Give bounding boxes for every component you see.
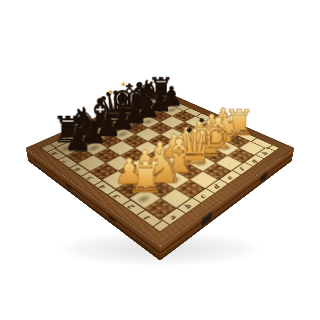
piece-black-pawn-a7[interactable]: ♟ [63, 124, 94, 156]
hinge [65, 182, 71, 190]
chess-board: a8b7c6d5e4f3g2h1♜♞♝♛♚♝♞♜♟♟♟♟♟♟♟♟♟♟♟♟♟♟♟♟… [26, 89, 295, 246]
metal-clasp [260, 172, 267, 182]
border-tick [266, 145, 272, 149]
product-photo-scene: a8b7c6d5e4f3g2h1♜♞♝♛♚♝♞♜♟♟♟♟♟♟♟♟♟♟♟♟♟♟♟♟… [0, 0, 320, 320]
hinge [109, 215, 116, 224]
border-tick [255, 154, 264, 158]
board-top-face: a8b7c6d5e4f3g2h1♜♞♝♛♚♝♞♜♟♟♟♟♟♟♟♟♟♟♟♟♟♟♟♟… [26, 89, 295, 246]
metal-clasp [202, 211, 212, 225]
piece-white-rook-a2[interactable]: ♜ [127, 157, 162, 199]
border-tick [153, 220, 163, 227]
